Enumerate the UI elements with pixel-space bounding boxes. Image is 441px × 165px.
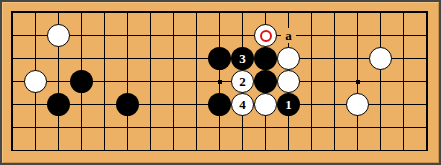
intersection	[162, 1, 185, 24]
intersection	[231, 139, 254, 162]
intersection	[254, 93, 277, 116]
black-stone	[254, 70, 277, 93]
intersection	[208, 93, 231, 116]
intersection	[300, 139, 323, 162]
intersection	[93, 139, 116, 162]
intersection	[346, 139, 369, 162]
intersection	[162, 47, 185, 70]
intersection	[47, 47, 70, 70]
intersection	[139, 70, 162, 93]
intersection	[415, 24, 438, 47]
intersection	[70, 47, 93, 70]
white-stone	[277, 47, 300, 70]
intersection	[415, 116, 438, 139]
white-stone	[277, 70, 300, 93]
intersection	[277, 116, 300, 139]
intersection	[47, 93, 70, 116]
white-stone: 2	[231, 70, 254, 93]
intersection	[1, 116, 24, 139]
white-stone	[346, 93, 369, 116]
intersection	[185, 93, 208, 116]
circle-mark-icon	[260, 30, 272, 42]
intersection	[93, 116, 116, 139]
white-stone: 4	[231, 93, 254, 116]
intersection	[70, 93, 93, 116]
intersection	[47, 24, 70, 47]
intersection	[346, 116, 369, 139]
intersection	[116, 70, 139, 93]
intersection	[346, 93, 369, 116]
intersection	[323, 93, 346, 116]
move-number: 3	[239, 52, 246, 65]
intersection	[185, 139, 208, 162]
intersection	[300, 24, 323, 47]
intersection	[300, 116, 323, 139]
intersection	[162, 116, 185, 139]
intersection	[277, 47, 300, 70]
intersection	[93, 24, 116, 47]
black-stone	[208, 47, 231, 70]
intersection	[139, 1, 162, 24]
intersection	[254, 24, 277, 47]
intersection	[24, 70, 47, 93]
intersection: 2	[231, 70, 254, 93]
intersection	[208, 139, 231, 162]
intersection	[254, 116, 277, 139]
intersection	[323, 1, 346, 24]
intersection	[185, 70, 208, 93]
intersection	[47, 70, 70, 93]
intersection	[139, 24, 162, 47]
intersection	[346, 1, 369, 24]
intersection	[208, 47, 231, 70]
intersection	[93, 47, 116, 70]
intersection	[346, 24, 369, 47]
intersection	[24, 47, 47, 70]
intersection	[254, 139, 277, 162]
move-number: 4	[239, 98, 246, 111]
intersection	[300, 47, 323, 70]
intersection	[231, 24, 254, 47]
intersection	[254, 70, 277, 93]
black-stone	[208, 93, 231, 116]
black-stone: 3	[231, 47, 254, 70]
intersection	[1, 139, 24, 162]
intersection	[1, 1, 24, 24]
intersection	[185, 116, 208, 139]
star-point-icon	[218, 80, 222, 84]
intersection	[208, 24, 231, 47]
intersection	[346, 70, 369, 93]
black-stone	[47, 93, 70, 116]
intersection	[231, 116, 254, 139]
intersection	[1, 93, 24, 116]
intersection	[70, 116, 93, 139]
intersection	[392, 139, 415, 162]
white-stone	[47, 24, 70, 47]
intersection	[392, 93, 415, 116]
intersection	[369, 116, 392, 139]
intersection	[47, 116, 70, 139]
intersection	[162, 70, 185, 93]
star-point-icon	[356, 80, 360, 84]
intersection	[116, 24, 139, 47]
intersection	[300, 70, 323, 93]
intersection	[70, 139, 93, 162]
intersection	[369, 70, 392, 93]
intersection	[162, 139, 185, 162]
black-stone	[254, 47, 277, 70]
intersection	[139, 93, 162, 116]
intersection	[185, 1, 208, 24]
intersection	[392, 1, 415, 24]
intersection	[24, 24, 47, 47]
intersection	[392, 24, 415, 47]
intersection	[1, 70, 24, 93]
intersection	[139, 116, 162, 139]
intersection	[93, 70, 116, 93]
intersection	[415, 93, 438, 116]
intersection	[70, 1, 93, 24]
intersection	[208, 1, 231, 24]
intersection	[208, 116, 231, 139]
intersection	[323, 116, 346, 139]
intersection	[369, 24, 392, 47]
intersection	[24, 1, 47, 24]
intersection	[277, 1, 300, 24]
intersection	[323, 139, 346, 162]
intersection	[162, 24, 185, 47]
white-stone	[254, 93, 277, 116]
move-number: 2	[239, 75, 246, 88]
intersection	[369, 93, 392, 116]
white-stone	[369, 47, 392, 70]
intersection	[24, 139, 47, 162]
intersection	[415, 47, 438, 70]
intersection: 4	[231, 93, 254, 116]
intersection: a	[277, 24, 300, 47]
intersection	[323, 47, 346, 70]
intersection	[47, 1, 70, 24]
intersection	[185, 47, 208, 70]
intersection	[208, 70, 231, 93]
white-stone-circled	[254, 24, 277, 47]
intersection	[300, 1, 323, 24]
intersection	[254, 1, 277, 24]
intersection	[70, 24, 93, 47]
intersection	[139, 139, 162, 162]
black-stone: 1	[277, 93, 300, 116]
intersection	[139, 47, 162, 70]
intersection	[70, 70, 93, 93]
intersection	[24, 116, 47, 139]
intersection	[116, 47, 139, 70]
intersection	[1, 24, 24, 47]
intersection	[277, 139, 300, 162]
intersection	[300, 93, 323, 116]
black-stone	[116, 93, 139, 116]
intersection	[1, 47, 24, 70]
intersection	[392, 47, 415, 70]
intersection	[323, 24, 346, 47]
intersection	[346, 47, 369, 70]
intersection	[415, 1, 438, 24]
intersection: 1	[277, 93, 300, 116]
intersection	[116, 1, 139, 24]
intersection	[415, 70, 438, 93]
intersection	[369, 47, 392, 70]
black-stone	[70, 70, 93, 93]
intersection	[47, 139, 70, 162]
intersection	[93, 93, 116, 116]
point-label-a: a	[281, 28, 296, 43]
intersection	[369, 139, 392, 162]
intersection	[162, 93, 185, 116]
intersection	[116, 139, 139, 162]
intersection	[93, 1, 116, 24]
intersection	[185, 24, 208, 47]
intersection	[231, 1, 254, 24]
intersection	[116, 93, 139, 116]
intersection	[369, 1, 392, 24]
intersection	[415, 139, 438, 162]
intersection	[254, 47, 277, 70]
intersection	[24, 93, 47, 116]
intersection: 3	[231, 47, 254, 70]
intersection	[277, 70, 300, 93]
go-diagram: a3241	[0, 0, 441, 165]
move-number: 1	[285, 98, 292, 111]
intersection	[392, 116, 415, 139]
intersection	[392, 70, 415, 93]
intersection	[323, 70, 346, 93]
go-board: a3241	[1, 1, 438, 162]
intersection	[116, 116, 139, 139]
white-stone	[24, 70, 47, 93]
